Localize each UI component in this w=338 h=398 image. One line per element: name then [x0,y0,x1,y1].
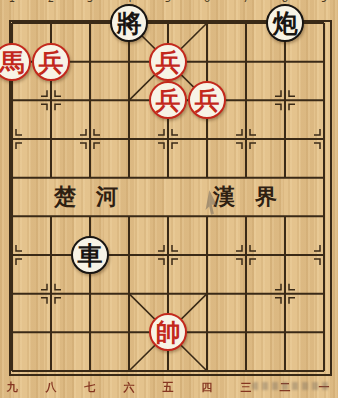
file-number-top: 2 [43,0,59,4]
river-label: 界 [253,184,279,208]
piece-red-soldier[interactable]: 兵 [32,43,70,81]
file-number-top: 9 [316,0,332,4]
file-number-bottom: 七 [80,380,100,395]
river-label: 河 [94,184,120,208]
file-number-bottom: 九 [2,380,22,395]
file-number-top: 7 [238,0,254,4]
file-number-top: 1 [4,0,20,4]
file-number-top: 5 [160,0,176,4]
file-number-top: 6 [199,0,215,4]
piece-black-chariot[interactable]: 車 [71,236,109,274]
watermark-smudge [252,382,332,390]
file-number-top: 3 [82,0,98,4]
xiangqi-board: 楚河漢界123456789九八七六五四三二一 將炮馬兵兵兵兵車帥 [0,0,338,398]
river-label: 楚 [52,184,78,208]
file-number-bottom: 六 [119,380,139,395]
piece-black-cannon[interactable]: 炮 [266,4,304,42]
file-number-bottom: 五 [158,380,178,395]
piece-black-general[interactable]: 將 [110,4,148,42]
file-number-bottom: 八 [41,380,61,395]
piece-red-soldier[interactable]: 兵 [149,43,187,81]
file-number-bottom: 四 [197,380,217,395]
